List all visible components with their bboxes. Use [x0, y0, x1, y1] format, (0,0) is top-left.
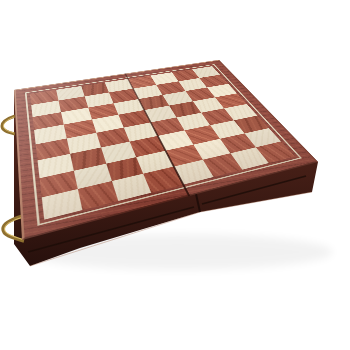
product-photo — [0, 0, 350, 350]
